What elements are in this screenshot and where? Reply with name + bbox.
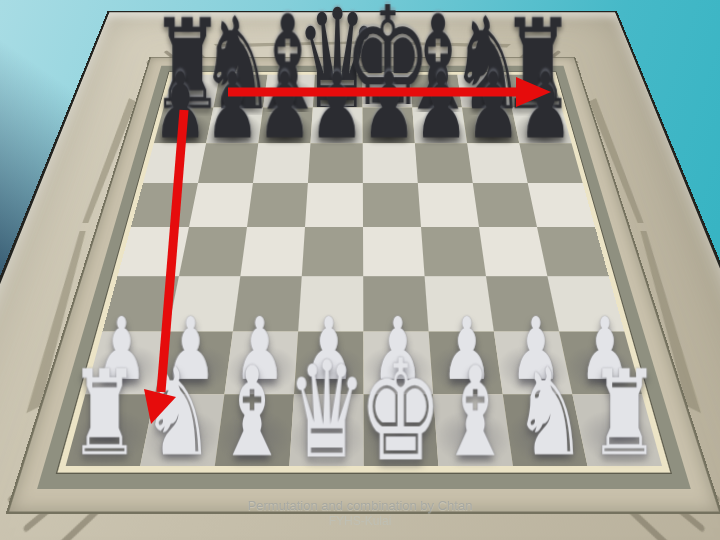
- square-b5[interactable]: [189, 183, 253, 227]
- board-platform: ♜♞♝♛♚♝♞♜♟♟♟♟♟♟♟♟♟♟♟♟♟♟♟♟♜♞♝♛♚♝♞♜: [5, 57, 720, 515]
- board-frame: ♜♞♝♛♚♝♞♜♟♟♟♟♟♟♟♟♟♟♟♟♟♟♟♟♜♞♝♛♚♝♞♜: [37, 66, 691, 489]
- piece-white-king[interactable]: ♚: [359, 342, 443, 482]
- board-assembly: ♜♞♝♛♚♝♞♜♟♟♟♟♟♟♟♟♟♟♟♟♟♟♟♟♜♞♝♛♚♝♞♜: [5, 57, 720, 515]
- piece-black-pawn[interactable]: ♟: [257, 61, 311, 152]
- square-d6[interactable]: [308, 143, 363, 183]
- square-a5[interactable]: [131, 183, 198, 227]
- piece-black-pawn[interactable]: ♟: [153, 61, 207, 152]
- board-inner-border: ♜♞♝♛♚♝♞♜♟♟♟♟♟♟♟♟♟♟♟♟♟♟♟♟♜♞♝♛♚♝♞♜: [56, 72, 672, 474]
- piece-white-bishop[interactable]: ♝: [438, 351, 512, 475]
- piece-black-pawn[interactable]: ♟: [518, 61, 572, 152]
- square-g5[interactable]: [473, 183, 537, 227]
- square-h5[interactable]: [528, 183, 595, 227]
- piece-black-pawn[interactable]: ♟: [309, 61, 363, 152]
- square-c5[interactable]: [247, 183, 308, 227]
- piece-black-pawn[interactable]: ♟: [362, 61, 416, 152]
- scene: ♜♞♝♛♚♝♞♜♟♟♟♟♟♟♟♟♟♟♟♟♟♟♟♟♜♞♝♛♚♝♞♜: [0, 0, 720, 540]
- square-e5[interactable]: [363, 183, 421, 227]
- square-g1[interactable]: ♞: [503, 394, 588, 466]
- piece-white-knight[interactable]: ♞: [514, 353, 586, 474]
- square-f7[interactable]: ♟: [412, 107, 467, 143]
- square-g4[interactable]: [479, 227, 547, 276]
- square-d1[interactable]: ♛: [289, 394, 364, 466]
- square-b6[interactable]: [198, 143, 258, 183]
- piece-white-bishop[interactable]: ♝: [215, 351, 289, 475]
- square-d7[interactable]: ♟: [310, 107, 362, 143]
- watermark-line2: FYHS-Kulai: [0, 514, 720, 528]
- square-e1[interactable]: ♚: [364, 394, 439, 466]
- piece-black-pawn[interactable]: ♟: [414, 61, 468, 152]
- square-h4[interactable]: [537, 227, 609, 276]
- square-f5[interactable]: [418, 183, 479, 227]
- chess-table: ♜♞♝♛♚♝♞♜♟♟♟♟♟♟♟♟♟♟♟♟♟♟♟♟♜♞♝♛♚♝♞♜: [0, 11, 720, 540]
- square-e6[interactable]: [363, 143, 418, 183]
- piece-white-rook[interactable]: ♜: [69, 355, 139, 473]
- square-f6[interactable]: [415, 143, 473, 183]
- piece-white-knight[interactable]: ♞: [142, 353, 214, 474]
- square-c7[interactable]: ♟: [258, 107, 313, 143]
- square-f1[interactable]: ♝: [433, 394, 513, 466]
- chessboard: ♜♞♝♛♚♝♞♜♟♟♟♟♟♟♟♟♟♟♟♟♟♟♟♟♜♞♝♛♚♝♞♜: [66, 75, 662, 466]
- square-e4[interactable]: [363, 227, 425, 276]
- square-b1[interactable]: ♞: [140, 394, 224, 466]
- piece-white-rook[interactable]: ♜: [589, 355, 659, 473]
- square-c4[interactable]: [240, 227, 305, 276]
- square-b7[interactable]: ♟: [206, 107, 263, 143]
- square-a6[interactable]: [143, 143, 206, 183]
- square-h7[interactable]: ♟: [512, 107, 572, 143]
- square-b4[interactable]: [179, 227, 247, 276]
- square-e7[interactable]: ♟: [363, 107, 415, 143]
- square-g6[interactable]: [467, 143, 528, 183]
- piece-black-pawn[interactable]: ♟: [466, 61, 520, 152]
- square-h6[interactable]: [519, 143, 582, 183]
- square-g7[interactable]: ♟: [462, 107, 519, 143]
- square-c1[interactable]: ♝: [215, 394, 294, 466]
- piece-black-pawn[interactable]: ♟: [205, 61, 259, 152]
- square-c6[interactable]: [253, 143, 311, 183]
- square-f4[interactable]: [421, 227, 486, 276]
- square-a4[interactable]: [118, 227, 189, 276]
- piece-white-queen[interactable]: ♛: [287, 345, 367, 479]
- square-d4[interactable]: [302, 227, 363, 276]
- square-d5[interactable]: [305, 183, 363, 227]
- watermark-line1: Permutation and combination by Chtan: [0, 498, 720, 513]
